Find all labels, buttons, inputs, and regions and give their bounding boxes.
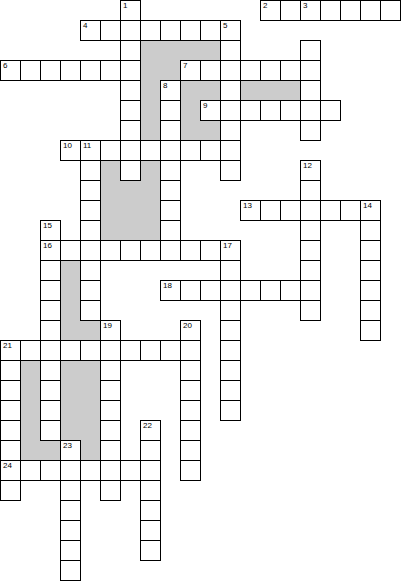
grid-cell[interactable]	[160, 140, 181, 161]
shaded-block	[20, 440, 40, 460]
grid-cell[interactable]	[260, 100, 281, 121]
shaded-block	[140, 60, 160, 80]
grid-cell[interactable]	[360, 240, 381, 261]
grid-cell[interactable]	[60, 340, 81, 361]
grid-cell[interactable]	[120, 340, 141, 361]
shaded-block	[140, 40, 160, 60]
grid-cell[interactable]	[220, 300, 241, 321]
grid-cell[interactable]	[100, 400, 121, 421]
shaded-block	[20, 360, 40, 380]
grid-cell[interactable]	[0, 420, 21, 441]
grid-cell[interactable]	[260, 60, 281, 81]
grid-cell[interactable]	[360, 220, 381, 241]
grid-cell[interactable]	[0, 360, 21, 381]
shaded-block	[260, 80, 280, 100]
grid-cell[interactable]: 2	[260, 0, 281, 21]
shaded-block	[180, 120, 200, 140]
shaded-block	[20, 380, 40, 400]
grid-cell[interactable]	[200, 140, 221, 161]
clue-number: 24	[3, 462, 12, 470]
grid-cell[interactable]	[0, 480, 21, 501]
grid-cell[interactable]: 5	[220, 20, 241, 41]
shaded-block	[20, 420, 40, 440]
shaded-block	[100, 160, 120, 180]
grid-cell[interactable]	[60, 60, 81, 81]
grid-cell[interactable]	[120, 40, 141, 61]
shaded-block	[60, 300, 80, 320]
shaded-block	[120, 180, 140, 200]
clue-number: 15	[43, 222, 52, 230]
grid-cell[interactable]	[100, 440, 121, 461]
grid-cell[interactable]: 1	[120, 0, 141, 21]
clue-number: 12	[303, 162, 312, 170]
grid-cell[interactable]	[180, 440, 201, 461]
clue-number: 21	[3, 342, 12, 350]
grid-cell[interactable]	[180, 340, 201, 361]
grid-cell[interactable]	[160, 180, 181, 201]
grid-cell[interactable]	[300, 260, 321, 281]
grid-cell[interactable]	[180, 20, 201, 41]
grid-cell[interactable]	[140, 440, 161, 461]
grid-cell[interactable]: 13	[240, 200, 261, 221]
grid-cell[interactable]	[160, 20, 181, 41]
shaded-block	[80, 320, 100, 340]
shaded-block	[140, 80, 160, 100]
grid-cell[interactable]	[120, 240, 141, 261]
grid-cell[interactable]	[360, 300, 381, 321]
grid-cell[interactable]	[280, 60, 301, 81]
shaded-block	[180, 80, 200, 100]
grid-cell[interactable]	[300, 220, 321, 241]
grid-cell[interactable]	[80, 300, 101, 321]
grid-cell[interactable]	[100, 60, 121, 81]
grid-cell[interactable]: 10	[60, 140, 81, 161]
grid-cell[interactable]	[280, 280, 301, 301]
clue-number: 17	[223, 242, 232, 250]
grid-cell[interactable]	[100, 240, 121, 261]
grid-cell[interactable]	[240, 280, 261, 301]
shaded-block	[180, 100, 200, 120]
grid-cell[interactable]	[80, 200, 101, 221]
clue-number: 16	[43, 242, 52, 250]
clue-number: 5	[223, 22, 227, 30]
shaded-block	[100, 200, 120, 220]
grid-cell[interactable]	[20, 60, 41, 81]
grid-cell[interactable]	[40, 300, 61, 321]
shaded-block	[60, 320, 80, 340]
grid-cell[interactable]	[120, 460, 141, 481]
grid-cell[interactable]	[220, 340, 241, 361]
grid-cell[interactable]	[300, 100, 321, 121]
grid-cell[interactable]	[200, 280, 221, 301]
grid-cell[interactable]	[140, 480, 161, 501]
grid-cell[interactable]	[380, 0, 401, 21]
shaded-block	[140, 180, 160, 200]
shaded-block	[140, 100, 160, 120]
grid-cell[interactable]: 15	[40, 220, 61, 241]
grid-cell[interactable]	[160, 120, 181, 141]
grid-cell[interactable]	[220, 280, 241, 301]
grid-cell[interactable]: 11	[80, 140, 101, 161]
shaded-block	[60, 420, 80, 440]
grid-cell[interactable]	[140, 340, 161, 361]
grid-cell[interactable]	[200, 20, 221, 41]
grid-cell[interactable]	[40, 400, 61, 421]
grid-cell[interactable]	[100, 140, 121, 161]
grid-cell[interactable]: 20	[180, 320, 201, 341]
grid-cell[interactable]	[300, 80, 321, 101]
shaded-block	[140, 200, 160, 220]
grid-cell[interactable]	[300, 180, 321, 201]
grid-cell[interactable]	[40, 320, 61, 341]
grid-cell[interactable]	[280, 0, 301, 21]
grid-cell[interactable]	[140, 540, 161, 561]
grid-cell[interactable]	[80, 160, 101, 181]
grid-cell[interactable]	[120, 80, 141, 101]
clue-number: 22	[143, 422, 152, 430]
clue-number: 11	[83, 142, 91, 150]
grid-cell[interactable]	[160, 340, 181, 361]
grid-cell[interactable]	[40, 460, 61, 481]
grid-cell[interactable]	[40, 260, 61, 281]
grid-cell[interactable]: 9	[200, 100, 221, 121]
grid-cell[interactable]	[100, 380, 121, 401]
grid-cell[interactable]	[80, 460, 101, 481]
grid-cell[interactable]: 6	[0, 60, 21, 81]
grid-cell[interactable]: 21	[0, 340, 21, 361]
grid-cell[interactable]: 3	[300, 0, 321, 21]
grid-cell[interactable]	[80, 340, 101, 361]
clue-number: 7	[183, 62, 187, 70]
shaded-block	[80, 400, 100, 420]
shaded-block	[80, 420, 100, 440]
shaded-block	[280, 80, 300, 100]
grid-cell[interactable]	[180, 420, 201, 441]
shaded-block	[40, 440, 60, 460]
grid-cell[interactable]	[0, 380, 21, 401]
grid-cell[interactable]	[260, 200, 281, 221]
grid-cell[interactable]	[220, 260, 241, 281]
grid-cell[interactable]	[300, 120, 321, 141]
shaded-block	[60, 400, 80, 420]
grid-cell[interactable]	[160, 160, 181, 181]
grid-cell[interactable]	[280, 100, 301, 121]
grid-cell[interactable]: 8	[160, 80, 181, 101]
grid-cell[interactable]	[360, 0, 381, 21]
grid-cell[interactable]	[80, 180, 101, 201]
grid-cell[interactable]	[120, 100, 141, 121]
clue-number: 13	[243, 202, 252, 210]
grid-cell[interactable]: 19	[100, 320, 121, 341]
shaded-block	[100, 220, 120, 240]
grid-cell[interactable]	[40, 60, 61, 81]
grid-cell[interactable]	[120, 160, 141, 181]
grid-cell[interactable]	[40, 360, 61, 381]
grid-cell[interactable]	[100, 480, 121, 501]
grid-cell[interactable]	[80, 280, 101, 301]
shaded-block	[80, 380, 100, 400]
grid-cell[interactable]	[320, 200, 341, 221]
grid-cell[interactable]	[20, 340, 41, 361]
grid-cell[interactable]	[80, 220, 101, 241]
grid-cell[interactable]	[120, 140, 141, 161]
grid-cell[interactable]	[220, 40, 241, 61]
grid-cell[interactable]	[80, 240, 101, 261]
grid-cell[interactable]	[240, 100, 261, 121]
grid-cell[interactable]	[300, 40, 321, 61]
grid-cell[interactable]	[300, 240, 321, 261]
shaded-block	[180, 40, 200, 60]
grid-cell[interactable]	[220, 400, 241, 421]
clue-number: 19	[103, 322, 112, 330]
grid-cell[interactable]	[180, 380, 201, 401]
grid-cell[interactable]	[100, 340, 121, 361]
grid-cell[interactable]	[100, 420, 121, 441]
grid-cell[interactable]	[320, 0, 341, 21]
grid-cell[interactable]	[160, 220, 181, 241]
grid-cell[interactable]	[100, 20, 121, 41]
grid-cell[interactable]	[0, 400, 21, 421]
clue-number: 8	[163, 82, 167, 90]
grid-cell[interactable]	[300, 60, 321, 81]
grid-cell[interactable]: 23	[60, 440, 81, 461]
shaded-block	[120, 200, 140, 220]
crossword-board: 123456789101112131415161718192021222324	[0, 0, 401, 581]
clue-number: 2	[263, 2, 267, 10]
grid-cell[interactable]	[140, 140, 161, 161]
grid-cell[interactable]	[40, 280, 61, 301]
shaded-block	[140, 120, 160, 140]
grid-cell[interactable]: 14	[360, 200, 381, 221]
grid-cell[interactable]: 24	[0, 460, 21, 481]
grid-cell[interactable]	[220, 140, 241, 161]
grid-cell[interactable]	[60, 460, 81, 481]
shaded-block	[60, 280, 80, 300]
grid-cell[interactable]	[160, 100, 181, 121]
clue-number: 10	[63, 142, 72, 150]
grid-cell[interactable]	[0, 440, 21, 461]
clue-number: 3	[303, 2, 307, 10]
grid-cell[interactable]: 7	[180, 60, 201, 81]
shaded-block	[20, 400, 40, 420]
grid-cell[interactable]	[140, 520, 161, 541]
grid-cell[interactable]	[60, 520, 81, 541]
grid-cell[interactable]	[220, 160, 241, 181]
grid-cell[interactable]	[120, 60, 141, 81]
grid-cell[interactable]: 18	[160, 280, 181, 301]
shaded-block	[200, 80, 220, 100]
grid-cell[interactable]	[180, 140, 201, 161]
grid-cell[interactable]	[40, 420, 61, 441]
grid-cell[interactable]	[120, 120, 141, 141]
grid-cell[interactable]	[200, 240, 221, 261]
grid-cell[interactable]	[260, 280, 281, 301]
grid-cell[interactable]	[220, 380, 241, 401]
clue-number: 9	[203, 102, 207, 110]
shaded-block	[60, 380, 80, 400]
grid-cell[interactable]	[180, 460, 201, 481]
grid-cell[interactable]	[60, 240, 81, 261]
grid-cell[interactable]	[60, 480, 81, 501]
grid-cell[interactable]: 17	[220, 240, 241, 261]
grid-cell[interactable]	[300, 280, 321, 301]
grid-cell[interactable]: 4	[80, 20, 101, 41]
shaded-block	[60, 360, 80, 380]
clue-number: 23	[63, 442, 72, 450]
grid-cell[interactable]	[240, 60, 261, 81]
grid-cell[interactable]	[40, 380, 61, 401]
grid-cell[interactable]	[300, 300, 321, 321]
shaded-block	[80, 440, 100, 460]
shaded-block	[80, 360, 100, 380]
grid-cell[interactable]	[280, 200, 301, 221]
grid-cell[interactable]	[160, 240, 181, 261]
grid-cell[interactable]	[220, 80, 241, 101]
shaded-block	[160, 40, 180, 60]
grid-cell[interactable]	[100, 460, 121, 481]
grid-cell[interactable]	[120, 20, 141, 41]
shaded-block	[60, 260, 80, 280]
clue-number: 18	[163, 282, 172, 290]
grid-cell[interactable]	[200, 60, 221, 81]
grid-cell[interactable]	[140, 240, 161, 261]
clue-number: 4	[83, 22, 87, 30]
grid-cell[interactable]	[100, 360, 121, 381]
grid-cell[interactable]	[160, 200, 181, 221]
grid-cell[interactable]	[360, 320, 381, 341]
grid-cell[interactable]	[220, 320, 241, 341]
grid-cell[interactable]	[180, 400, 201, 421]
grid-cell[interactable]: 12	[300, 160, 321, 181]
grid-cell[interactable]	[80, 260, 101, 281]
shaded-block	[200, 120, 220, 140]
shaded-block	[120, 220, 140, 240]
grid-cell[interactable]	[300, 200, 321, 221]
grid-cell[interactable]	[360, 260, 381, 281]
clue-number: 14	[363, 202, 372, 210]
grid-cell[interactable]	[20, 460, 41, 481]
grid-cell[interactable]: 22	[140, 420, 161, 441]
grid-cell[interactable]	[60, 560, 81, 581]
grid-cell[interactable]	[140, 500, 161, 521]
shaded-block	[100, 180, 120, 200]
shaded-block	[240, 80, 260, 100]
grid-cell[interactable]	[180, 240, 201, 261]
grid-cell[interactable]	[60, 500, 81, 521]
grid-cell[interactable]	[340, 200, 361, 221]
grid-cell[interactable]	[60, 540, 81, 561]
grid-cell[interactable]	[80, 60, 101, 81]
grid-cell[interactable]	[220, 120, 241, 141]
grid-cell[interactable]	[180, 360, 201, 381]
grid-cell[interactable]	[220, 100, 241, 121]
grid-cell[interactable]	[360, 280, 381, 301]
grid-cell[interactable]	[180, 280, 201, 301]
clue-number: 20	[183, 322, 192, 330]
shaded-block	[200, 40, 220, 60]
grid-cell[interactable]	[140, 460, 161, 481]
shaded-block	[140, 160, 160, 180]
shaded-block	[160, 60, 180, 80]
clue-number: 1	[123, 2, 127, 10]
grid-cell[interactable]	[320, 100, 341, 121]
grid-cell[interactable]	[220, 60, 241, 81]
grid-cell[interactable]	[340, 0, 361, 21]
grid-cell[interactable]	[40, 340, 61, 361]
shaded-block	[140, 220, 160, 240]
grid-cell[interactable]	[220, 360, 241, 381]
grid-cell[interactable]	[140, 20, 161, 41]
clue-number: 6	[3, 62, 7, 70]
grid-cell[interactable]: 16	[40, 240, 61, 261]
